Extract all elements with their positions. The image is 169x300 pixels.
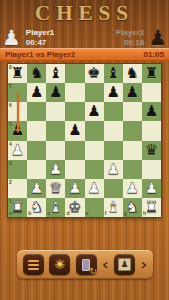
status-bar: Player1 vs Player2 01:05 [0,48,169,61]
square-c7[interactable]: ♟ [46,83,65,102]
black-pawn[interactable]: ♟ [68,123,81,138]
black-player-name: Player2 [85,28,144,38]
rank-label: 3 [9,161,12,166]
square-g4[interactable] [123,141,142,160]
white-pawn[interactable]: ♟ [49,162,62,177]
black-pawn[interactable]: ♟ [49,85,62,100]
file-label: e [86,211,89,216]
square-h6[interactable]: ♟ [142,102,161,121]
black-king[interactable]: ♚ [87,66,100,81]
white-queen[interactable]: ♛ [49,181,62,196]
black-rook[interactable]: ♜ [11,66,24,81]
rotate-arrow-icon: ↻ [89,267,97,276]
app-title: CHESS [0,1,169,26]
square-g8[interactable]: ♞ [123,64,142,83]
elapsed-time: 01:05 [144,50,164,59]
square-d6[interactable] [65,102,84,121]
black-pawn-icon: ♟ [148,28,167,49]
square-h4[interactable]: ♛ [142,141,161,160]
square-g7[interactable]: ♟ [123,83,142,102]
square-b2[interactable]: ♟ [27,179,46,198]
square-d8[interactable] [65,64,84,83]
square-f8[interactable]: ♝ [104,64,123,83]
black-bishop[interactable]: ♝ [49,66,62,81]
square-b5[interactable] [27,121,46,140]
hint-sun-icon: ☀ [54,258,66,271]
white-pawn[interactable]: ♟ [30,181,43,196]
square-h3[interactable] [142,160,161,179]
square-f5[interactable] [104,121,123,140]
white-pawn[interactable]: ♟ [145,181,158,196]
white-king[interactable]: ♚ [68,200,81,215]
rotate-screen-button[interactable]: ↻ [76,254,97,275]
square-e1[interactable]: e [85,198,104,217]
square-e8[interactable]: ♚ [85,64,104,83]
white-bishop[interactable]: ♝ [49,200,62,215]
square-d3[interactable] [65,160,84,179]
square-a8[interactable]: 8♜ [8,64,27,83]
app-window: CHESS ♟ Player1 00:47 Player2 00:18 ♟ Pl… [0,0,169,300]
white-pawn[interactable]: ♟ [11,143,24,158]
white-pawn[interactable]: ♟ [126,181,139,196]
square-e3[interactable] [85,160,104,179]
square-d4[interactable] [65,141,84,160]
white-pawn[interactable]: ♟ [106,162,119,177]
chess-board[interactable]: 8♜♞♝♚♝♞♜7♟♟♟♟6♟♟5♟♟4♟♛3♟♟2♟♛♟♟♟♟1a♜b♞c♝d… [8,64,161,217]
square-c2[interactable]: ♛ [46,179,65,198]
square-e5[interactable] [85,121,104,140]
square-c6[interactable] [46,102,65,121]
square-b6[interactable] [27,102,46,121]
rank-label: 7 [9,84,12,89]
square-b7[interactable]: ♟ [27,83,46,102]
square-d5[interactable]: ♟ [65,121,84,140]
square-g6[interactable] [123,102,142,121]
square-b4[interactable] [27,141,46,160]
square-a2[interactable]: 2 [8,179,27,198]
square-a3[interactable]: 3 [8,160,27,179]
square-b1[interactable]: b♞ [27,198,46,217]
square-f4[interactable] [104,141,123,160]
square-e7[interactable] [85,83,104,102]
black-rook[interactable]: ♜ [145,66,158,81]
square-f2[interactable] [104,179,123,198]
square-c3[interactable]: ♟ [46,160,65,179]
black-pawn[interactable]: ♟ [106,85,119,100]
black-pawn[interactable]: ♟ [87,104,100,119]
square-d2[interactable]: ♟ [65,179,84,198]
square-f6[interactable] [104,102,123,121]
last-move-indicator [17,93,19,131]
white-knight[interactable]: ♞ [30,200,43,215]
white-pawn[interactable]: ♟ [87,181,100,196]
black-pawn[interactable]: ♟ [30,85,43,100]
square-c5[interactable] [46,121,65,140]
white-knight[interactable]: ♞ [126,200,139,215]
back-move-button[interactable]: ‹ [102,257,109,273]
square-d7[interactable] [65,83,84,102]
square-h2[interactable]: ♟ [142,179,161,198]
square-e4[interactable] [85,141,104,160]
square-b3[interactable] [27,160,46,179]
toolbar: ☀ ↻ ‹ ♟ › [17,250,153,279]
white-pawn-icon: ♟ [2,28,21,49]
move-history-button[interactable]: ♟ [114,254,135,275]
square-e6[interactable]: ♟ [85,102,104,121]
square-f7[interactable]: ♟ [104,83,123,102]
square-a1[interactable]: 1a♜ [8,198,27,217]
square-h7[interactable] [142,83,161,102]
hint-button[interactable]: ☀ [49,254,70,275]
white-bishop[interactable]: ♝ [106,200,119,215]
square-g2[interactable]: ♟ [123,179,142,198]
black-pawn[interactable]: ♟ [126,85,139,100]
white-rook[interactable]: ♜ [11,200,24,215]
square-c1[interactable]: c♝ [46,198,65,217]
square-f1[interactable]: f♝ [104,198,123,217]
matchup-label: Player1 vs Player2 [5,50,75,59]
white-rook[interactable]: ♜ [145,200,158,215]
rank-label: 6 [9,103,12,108]
square-h8[interactable]: ♜ [142,64,161,83]
square-b8[interactable]: ♞ [27,64,46,83]
white-player-clock: 00:47 [26,38,85,48]
black-pawn[interactable]: ♟ [145,104,158,119]
square-d1[interactable]: d♚ [65,198,84,217]
forward-move-button[interactable]: › [140,257,147,273]
white-player-name: Player1 [26,28,85,38]
black-player-clock: 00:18 [85,38,144,48]
rank-label: 2 [9,180,12,185]
square-c8[interactable]: ♝ [46,64,65,83]
move-history-icon: ♟ [118,258,131,271]
menu-icon [28,260,39,270]
square-a4[interactable]: 4♟ [8,141,27,160]
black-knight[interactable]: ♞ [126,66,139,81]
square-c4[interactable] [46,141,65,160]
black-bishop[interactable]: ♝ [106,66,119,81]
white-pawn[interactable]: ♟ [68,181,81,196]
menu-button[interactable] [23,254,44,275]
square-g3[interactable] [123,160,142,179]
player-bar: ♟ Player1 00:47 Player2 00:18 ♟ [0,26,169,50]
square-h5[interactable] [142,121,161,140]
black-queen[interactable]: ♛ [145,143,158,158]
square-f3[interactable]: ♟ [104,160,123,179]
square-e2[interactable]: ♟ [85,179,104,198]
black-knight[interactable]: ♞ [30,66,43,81]
square-h1[interactable]: h♜ [142,198,161,217]
square-g1[interactable]: g♞ [123,198,142,217]
square-g5[interactable] [123,121,142,140]
